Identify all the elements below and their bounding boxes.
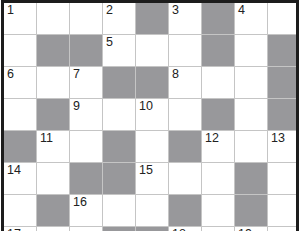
clue-number: 13	[271, 132, 285, 145]
cell-r2c6[interactable]	[169, 35, 202, 67]
cell-r2c8[interactable]	[235, 35, 268, 67]
cell-r6c7[interactable]	[202, 163, 235, 195]
cell-r3c6[interactable]: 8	[169, 67, 202, 99]
blocked-cell-r7c2	[37, 195, 70, 227]
cell-r8c3[interactable]	[70, 227, 103, 231]
clue-number: 1	[7, 4, 14, 17]
cell-r6c5[interactable]: 15	[136, 163, 169, 195]
clue-number: 5	[106, 36, 113, 49]
cell-r6c6[interactable]	[169, 163, 202, 195]
cell-r3c1[interactable]: 6	[4, 67, 37, 99]
cell-r4c4[interactable]	[103, 99, 136, 131]
clue-number: 9	[73, 100, 80, 113]
cell-r7c4[interactable]	[103, 195, 136, 227]
blocked-cell-r3c9	[268, 67, 296, 99]
blocked-cell-r4c7	[202, 99, 235, 131]
cell-r7c5[interactable]	[136, 195, 169, 227]
blocked-cell-r4c9	[268, 99, 296, 131]
crossword-board: 12345678910111213141516171819	[1, 0, 299, 231]
cell-r2c4[interactable]: 5	[103, 35, 136, 67]
blocked-cell-r7c6	[169, 195, 202, 227]
blocked-cell-r1c7	[202, 3, 235, 35]
clue-number: 11	[40, 132, 53, 145]
blocked-cell-r2c9	[268, 35, 296, 67]
blocked-cell-r5c4	[103, 131, 136, 163]
cell-r5c8[interactable]	[235, 131, 268, 163]
blocked-cell-r6c3	[70, 163, 103, 195]
cell-r3c7[interactable]	[202, 67, 235, 99]
clue-number: 17	[7, 228, 21, 231]
cell-r2c1[interactable]	[4, 35, 37, 67]
cell-r8c2[interactable]	[37, 227, 70, 231]
blocked-cell-r3c5	[136, 67, 169, 99]
cell-r4c8[interactable]	[235, 99, 268, 131]
blocked-cell-r8c4	[103, 227, 136, 231]
cell-r6c2[interactable]	[37, 163, 70, 195]
clue-number: 3	[172, 4, 179, 17]
cell-r8c6[interactable]: 18	[169, 227, 202, 231]
blocked-cell-r6c8	[235, 163, 268, 195]
cell-r6c1[interactable]: 14	[4, 163, 37, 195]
cell-r5c9[interactable]: 13	[268, 131, 296, 163]
cell-r8c7[interactable]	[202, 227, 235, 231]
cell-r6c9[interactable]	[268, 163, 296, 195]
cell-r2c5[interactable]	[136, 35, 169, 67]
cell-r8c9[interactable]	[268, 227, 296, 231]
cell-r3c8[interactable]	[235, 67, 268, 99]
cell-r7c1[interactable]	[4, 195, 37, 227]
clue-number: 2	[106, 4, 113, 17]
clue-number: 7	[73, 68, 80, 81]
clue-number: 15	[139, 164, 153, 177]
blocked-cell-r4c2	[37, 99, 70, 131]
cell-r4c6[interactable]	[169, 99, 202, 131]
blocked-cell-r2c2	[37, 35, 70, 67]
clue-number: 12	[205, 132, 219, 145]
clue-number: 14	[7, 164, 21, 177]
clue-number: 4	[238, 4, 245, 17]
cell-r4c1[interactable]	[4, 99, 37, 131]
cell-r1c9[interactable]	[268, 3, 296, 35]
cell-r5c2[interactable]: 11	[37, 131, 70, 163]
blocked-cell-r1c5	[136, 3, 169, 35]
cell-r7c9[interactable]	[268, 195, 296, 227]
cell-r1c3[interactable]	[70, 3, 103, 35]
clue-number: 10	[139, 100, 153, 113]
cell-r7c3[interactable]: 16	[70, 195, 103, 227]
clue-number: 6	[7, 68, 14, 81]
cell-r5c5[interactable]	[136, 131, 169, 163]
cell-r5c7[interactable]: 12	[202, 131, 235, 163]
blocked-cell-r6c4	[103, 163, 136, 195]
cell-r1c8[interactable]: 4	[235, 3, 268, 35]
clue-number: 19	[238, 228, 252, 231]
cell-r7c7[interactable]	[202, 195, 235, 227]
cell-r8c8[interactable]: 19	[235, 227, 268, 231]
cell-r1c1[interactable]: 1	[4, 3, 37, 35]
cell-r4c3[interactable]: 9	[70, 99, 103, 131]
cell-r8c1[interactable]: 17	[4, 227, 37, 231]
cell-r1c6[interactable]: 3	[169, 3, 202, 35]
blocked-cell-r5c6	[169, 131, 202, 163]
clue-number: 18	[172, 228, 186, 231]
cell-r4c5[interactable]: 10	[136, 99, 169, 131]
cell-r1c4[interactable]: 2	[103, 3, 136, 35]
cell-r1c2[interactable]	[37, 3, 70, 35]
cell-r3c2[interactable]	[37, 67, 70, 99]
blocked-cell-r2c7	[202, 35, 235, 67]
blocked-cell-r3c4	[103, 67, 136, 99]
clue-number: 8	[172, 68, 179, 81]
blocked-cell-r5c1	[4, 131, 37, 163]
blocked-cell-r7c8	[235, 195, 268, 227]
cell-r3c3[interactable]: 7	[70, 67, 103, 99]
blocked-cell-r2c3	[70, 35, 103, 67]
crossword-grid: 12345678910111213141516171819	[4, 3, 296, 231]
cell-r5c3[interactable]	[70, 131, 103, 163]
clue-number: 16	[73, 196, 87, 209]
blocked-cell-r8c5	[136, 227, 169, 231]
